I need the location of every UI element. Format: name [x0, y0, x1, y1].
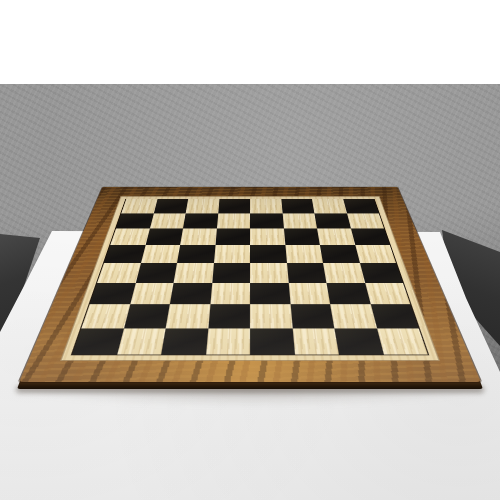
- square-g5: [320, 245, 360, 263]
- square-d1: [206, 328, 250, 354]
- square-f3: [288, 283, 330, 305]
- square-g1: [334, 328, 383, 354]
- square-c7: [183, 213, 218, 228]
- square-b2: [124, 304, 170, 328]
- square-g3: [326, 283, 370, 305]
- square-b1: [117, 328, 166, 354]
- square-e1: [250, 328, 294, 354]
- square-h6: [351, 228, 390, 245]
- square-a4: [97, 263, 140, 283]
- square-d8: [218, 199, 250, 213]
- scene: [0, 0, 500, 500]
- square-b5: [141, 245, 181, 263]
- square-e4: [250, 263, 288, 283]
- square-e3: [250, 283, 290, 305]
- square-g7: [314, 213, 350, 228]
- square-b6: [145, 228, 183, 245]
- square-e5: [250, 245, 287, 263]
- square-e8: [250, 199, 282, 213]
- square-h5: [355, 245, 396, 263]
- square-c3: [170, 283, 212, 305]
- square-h3: [365, 283, 411, 305]
- square-f7: [282, 213, 317, 228]
- square-g6: [317, 228, 355, 245]
- square-f4: [287, 263, 327, 283]
- square-h2: [370, 304, 418, 328]
- square-f1: [292, 328, 339, 354]
- square-g4: [323, 263, 365, 283]
- square-h1: [376, 328, 427, 354]
- square-g2: [330, 304, 376, 328]
- square-d7: [216, 213, 250, 228]
- square-a8: [121, 199, 157, 213]
- square-a1: [72, 328, 123, 354]
- square-b7: [149, 213, 185, 228]
- square-a3: [90, 283, 136, 305]
- square-f5: [285, 245, 323, 263]
- square-e7: [250, 213, 284, 228]
- square-d2: [208, 304, 250, 328]
- square-c8: [186, 199, 219, 213]
- board-perspective-wrapper: [70, 83, 430, 443]
- square-a2: [81, 304, 129, 328]
- square-b3: [130, 283, 174, 305]
- square-b8: [153, 199, 188, 213]
- square-c2: [166, 304, 210, 328]
- square-h4: [360, 263, 403, 283]
- square-f8: [281, 199, 314, 213]
- square-e2: [250, 304, 292, 328]
- square-f2: [290, 304, 334, 328]
- square-c5: [177, 245, 215, 263]
- square-d6: [215, 228, 250, 245]
- board-grid: [71, 199, 430, 355]
- square-c6: [180, 228, 216, 245]
- square-a5: [104, 245, 145, 263]
- square-h8: [343, 199, 379, 213]
- square-e6: [250, 228, 285, 245]
- square-a6: [110, 228, 149, 245]
- square-h7: [347, 213, 384, 228]
- square-b4: [135, 263, 177, 283]
- square-d4: [212, 263, 250, 283]
- chess-board: [19, 187, 481, 382]
- square-c4: [174, 263, 214, 283]
- top-white-band: [0, 0, 500, 84]
- square-d5: [214, 245, 251, 263]
- square-a7: [116, 213, 153, 228]
- square-d3: [210, 283, 250, 305]
- square-f6: [284, 228, 320, 245]
- square-c1: [161, 328, 208, 354]
- square-g8: [312, 199, 347, 213]
